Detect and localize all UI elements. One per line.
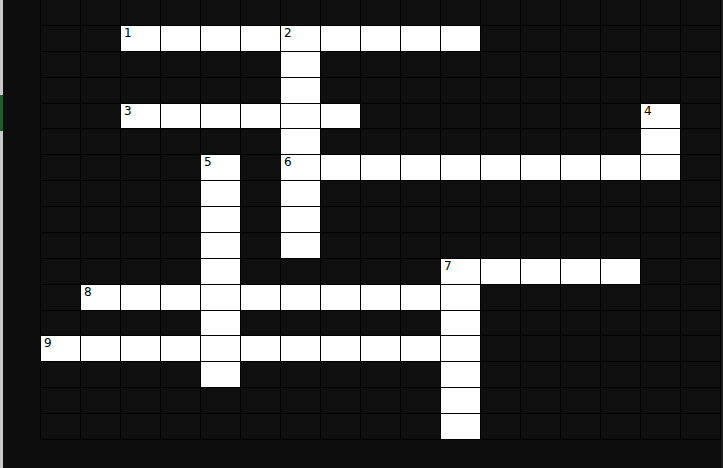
grid-cell[interactable] [321, 155, 360, 180]
black-cell [401, 259, 440, 284]
black-cell [161, 207, 200, 232]
black-cell [121, 155, 160, 180]
grid-cell[interactable] [281, 207, 320, 232]
black-cell [161, 311, 200, 336]
black-cell [121, 52, 160, 77]
grid-cell[interactable] [241, 285, 280, 310]
black-cell [281, 0, 320, 25]
black-cell [361, 52, 400, 77]
black-cell [81, 311, 120, 336]
grid-cell[interactable] [401, 155, 440, 180]
grid-cell[interactable]: 1 [121, 26, 160, 51]
black-cell [681, 388, 720, 413]
black-cell [241, 388, 280, 413]
black-cell [521, 52, 560, 77]
black-cell [441, 207, 480, 232]
grid-cell[interactable] [201, 207, 240, 232]
black-cell [601, 388, 640, 413]
grid-cell[interactable] [441, 362, 480, 387]
black-cell [441, 0, 480, 25]
grid-cell[interactable] [161, 104, 200, 129]
grid-cell[interactable] [401, 336, 440, 361]
black-cell [481, 52, 520, 77]
grid-cell[interactable]: 4 [641, 104, 680, 129]
black-cell [641, 233, 680, 258]
black-cell [521, 26, 560, 51]
black-cell [121, 414, 160, 439]
black-cell [121, 259, 160, 284]
black-cell [201, 0, 240, 25]
grid-cell[interactable]: 2 [281, 26, 320, 51]
grid-cell[interactable] [481, 259, 520, 284]
black-cell [601, 52, 640, 77]
black-cell [241, 0, 280, 25]
black-cell [161, 52, 200, 77]
black-cell [681, 336, 720, 361]
black-cell [641, 78, 680, 103]
grid-cell[interactable] [201, 285, 240, 310]
black-cell [161, 414, 200, 439]
black-cell [41, 285, 80, 310]
clue-number: 6 [284, 155, 292, 170]
black-cell [601, 129, 640, 154]
grid-cell[interactable] [161, 336, 200, 361]
black-cell [201, 78, 240, 103]
black-cell [681, 311, 720, 336]
black-cell [681, 259, 720, 284]
black-cell [361, 233, 400, 258]
black-cell [361, 78, 400, 103]
black-cell [521, 104, 560, 129]
black-cell [41, 362, 80, 387]
black-cell [521, 362, 560, 387]
black-cell [241, 414, 280, 439]
black-cell [361, 0, 400, 25]
black-cell [121, 362, 160, 387]
grid-cell[interactable] [281, 233, 320, 258]
black-cell [321, 181, 360, 206]
black-cell [601, 311, 640, 336]
black-cell [561, 233, 600, 258]
grid-cell[interactable] [441, 336, 480, 361]
black-cell [601, 181, 640, 206]
black-cell [81, 207, 120, 232]
grid-cell[interactable] [201, 362, 240, 387]
grid-cell[interactable]: 5 [201, 155, 240, 180]
grid-cell[interactable]: 7 [441, 259, 480, 284]
clue-number: 2 [284, 26, 292, 41]
black-cell [361, 104, 400, 129]
black-cell [241, 207, 280, 232]
black-cell [361, 129, 400, 154]
black-cell [601, 78, 640, 103]
black-cell [41, 78, 80, 103]
black-cell [161, 388, 200, 413]
black-cell [481, 285, 520, 310]
black-cell [481, 414, 520, 439]
black-cell [161, 0, 200, 25]
black-cell [321, 0, 360, 25]
black-cell [441, 181, 480, 206]
black-cell [681, 155, 720, 180]
black-cell [681, 285, 720, 310]
black-cell [601, 336, 640, 361]
black-cell [161, 155, 200, 180]
black-cell [401, 78, 440, 103]
black-cell [361, 362, 400, 387]
black-cell [41, 414, 80, 439]
black-cell [681, 207, 720, 232]
black-cell [241, 78, 280, 103]
grid-cell[interactable] [281, 129, 320, 154]
black-cell [401, 362, 440, 387]
black-cell [441, 52, 480, 77]
black-cell [681, 129, 720, 154]
black-cell [41, 26, 80, 51]
black-cell [401, 104, 440, 129]
black-cell [81, 388, 120, 413]
black-cell [521, 311, 560, 336]
black-cell [321, 362, 360, 387]
black-cell [481, 311, 520, 336]
black-cell [41, 52, 80, 77]
black-cell [641, 285, 680, 310]
black-cell [481, 388, 520, 413]
black-cell [601, 104, 640, 129]
black-cell [121, 207, 160, 232]
black-cell [681, 52, 720, 77]
black-cell [201, 129, 240, 154]
black-cell [121, 129, 160, 154]
black-cell [521, 129, 560, 154]
grid-cell[interactable] [521, 259, 560, 284]
grid-cell[interactable] [201, 26, 240, 51]
black-cell [81, 259, 120, 284]
black-cell [561, 104, 600, 129]
black-cell [441, 129, 480, 154]
black-cell [81, 78, 120, 103]
black-cell [401, 311, 440, 336]
black-cell [361, 207, 400, 232]
black-cell [641, 311, 680, 336]
black-cell [681, 104, 720, 129]
grid-cell[interactable] [281, 104, 320, 129]
black-cell [81, 414, 120, 439]
grid-cell[interactable] [281, 52, 320, 77]
black-cell [241, 52, 280, 77]
black-cell [161, 259, 200, 284]
black-cell [81, 181, 120, 206]
black-cell [561, 0, 600, 25]
grid-cell[interactable] [121, 336, 160, 361]
black-cell [521, 0, 560, 25]
black-cell [441, 104, 480, 129]
grid-cell[interactable] [201, 336, 240, 361]
black-cell [121, 78, 160, 103]
left-scrollbar[interactable] [0, 0, 3, 468]
black-cell [401, 181, 440, 206]
black-cell [121, 233, 160, 258]
black-cell [641, 388, 680, 413]
grid-cell[interactable] [241, 336, 280, 361]
black-cell [161, 181, 200, 206]
black-cell [321, 311, 360, 336]
grid-cell[interactable] [81, 336, 120, 361]
black-cell [41, 129, 80, 154]
black-cell [561, 414, 600, 439]
black-cell [521, 388, 560, 413]
black-cell [601, 362, 640, 387]
black-cell [321, 52, 360, 77]
black-cell [401, 414, 440, 439]
grid-cell[interactable] [361, 285, 400, 310]
grid-cell[interactable]: 8 [81, 285, 120, 310]
black-cell [481, 362, 520, 387]
grid-cell[interactable] [361, 336, 400, 361]
black-cell [561, 207, 600, 232]
black-cell [81, 233, 120, 258]
black-cell [201, 388, 240, 413]
black-cell [361, 259, 400, 284]
grid-cell[interactable] [281, 336, 320, 361]
black-cell [161, 78, 200, 103]
grid-cell[interactable] [281, 181, 320, 206]
grid-cell[interactable] [601, 155, 640, 180]
black-cell [361, 414, 400, 439]
black-cell [681, 181, 720, 206]
grid-cell[interactable] [441, 155, 480, 180]
black-cell [561, 311, 600, 336]
black-cell [681, 0, 720, 25]
clue-number: 5 [204, 155, 212, 170]
grid-cell[interactable] [361, 155, 400, 180]
grid-cell[interactable] [521, 155, 560, 180]
black-cell [321, 414, 360, 439]
black-cell [241, 362, 280, 387]
black-cell [241, 181, 280, 206]
grid-cell[interactable]: 3 [121, 104, 160, 129]
black-cell [201, 414, 240, 439]
grid-cell[interactable] [401, 285, 440, 310]
black-cell [81, 0, 120, 25]
clue-number: 1 [124, 26, 132, 41]
black-cell [481, 336, 520, 361]
grid-cell[interactable] [321, 104, 360, 129]
black-cell [321, 78, 360, 103]
clue-number: 8 [84, 285, 92, 300]
grid-cell[interactable] [201, 311, 240, 336]
black-cell [121, 311, 160, 336]
black-cell [481, 0, 520, 25]
black-cell [641, 362, 680, 387]
clue-number: 3 [124, 104, 132, 119]
black-cell [321, 207, 360, 232]
black-cell [561, 181, 600, 206]
black-cell [681, 78, 720, 103]
black-cell [41, 311, 80, 336]
black-cell [641, 181, 680, 206]
black-cell [481, 207, 520, 232]
black-cell [601, 233, 640, 258]
grid-cell[interactable] [201, 233, 240, 258]
black-cell [81, 155, 120, 180]
grid-cell[interactable] [441, 414, 480, 439]
grid-cell[interactable] [561, 155, 600, 180]
grid-cell[interactable] [281, 78, 320, 103]
black-cell [401, 52, 440, 77]
black-cell [241, 155, 280, 180]
black-cell [241, 129, 280, 154]
scrollbar-green-marker[interactable] [0, 95, 3, 131]
clue-number: 7 [444, 259, 452, 274]
black-cell [321, 388, 360, 413]
black-cell [481, 26, 520, 51]
black-cell [81, 26, 120, 51]
black-cell [641, 0, 680, 25]
black-cell [121, 181, 160, 206]
black-cell [81, 52, 120, 77]
grid-cell[interactable] [201, 259, 240, 284]
black-cell [121, 0, 160, 25]
black-cell [281, 259, 320, 284]
black-cell [41, 388, 80, 413]
grid-cell[interactable] [641, 155, 680, 180]
black-cell [401, 0, 440, 25]
grid-cell[interactable] [161, 26, 200, 51]
black-cell [681, 26, 720, 51]
black-cell [521, 233, 560, 258]
grid-cell[interactable] [401, 26, 440, 51]
black-cell [601, 414, 640, 439]
black-cell [41, 259, 80, 284]
grid-cell[interactable] [321, 336, 360, 361]
grid-cell[interactable] [441, 285, 480, 310]
black-cell [161, 129, 200, 154]
black-cell [561, 336, 600, 361]
black-cell [281, 388, 320, 413]
black-cell [161, 362, 200, 387]
black-cell [481, 181, 520, 206]
grid-cell[interactable] [481, 155, 520, 180]
black-cell [521, 78, 560, 103]
black-cell [521, 207, 560, 232]
clue-number: 4 [644, 104, 652, 119]
grid-cell[interactable]: 6 [281, 155, 320, 180]
black-cell [241, 259, 280, 284]
grid-cell[interactable] [561, 259, 600, 284]
black-cell [641, 259, 680, 284]
black-cell [641, 52, 680, 77]
black-cell [681, 233, 720, 258]
black-cell [601, 285, 640, 310]
black-cell [561, 52, 600, 77]
black-cell [241, 233, 280, 258]
black-cell [481, 104, 520, 129]
black-cell [681, 362, 720, 387]
grid-cell[interactable] [201, 104, 240, 129]
grid-cell[interactable] [201, 181, 240, 206]
grid-cell[interactable] [441, 388, 480, 413]
grid-cell[interactable]: 9 [41, 336, 80, 361]
black-cell [321, 129, 360, 154]
black-cell [521, 336, 560, 361]
black-cell [161, 233, 200, 258]
black-cell [81, 129, 120, 154]
black-cell [561, 78, 600, 103]
black-cell [81, 362, 120, 387]
grid-cell[interactable] [121, 285, 160, 310]
black-cell [41, 155, 80, 180]
grid-cell[interactable] [601, 259, 640, 284]
black-cell [521, 285, 560, 310]
black-cell [41, 104, 80, 129]
black-cell [281, 414, 320, 439]
black-cell [401, 129, 440, 154]
black-cell [601, 207, 640, 232]
black-cell [321, 233, 360, 258]
grid-cell[interactable] [441, 26, 480, 51]
black-cell [561, 388, 600, 413]
grid-cell[interactable] [241, 104, 280, 129]
black-cell [441, 233, 480, 258]
black-cell [521, 181, 560, 206]
grid-cell[interactable] [321, 285, 360, 310]
black-cell [321, 259, 360, 284]
grid-cell[interactable] [281, 285, 320, 310]
grid-cell[interactable] [361, 26, 400, 51]
black-cell [521, 414, 560, 439]
clue-number: 9 [44, 336, 52, 351]
grid-cell[interactable] [321, 26, 360, 51]
black-cell [41, 0, 80, 25]
black-cell [401, 207, 440, 232]
black-cell [561, 362, 600, 387]
grid-cell[interactable] [441, 311, 480, 336]
black-cell [81, 104, 120, 129]
black-cell [641, 336, 680, 361]
black-cell [281, 311, 320, 336]
black-cell [681, 414, 720, 439]
black-cell [561, 26, 600, 51]
black-cell [641, 207, 680, 232]
black-cell [601, 26, 640, 51]
black-cell [361, 181, 400, 206]
black-cell [241, 311, 280, 336]
black-cell [401, 388, 440, 413]
crossword-grid: 123456789 [40, 0, 721, 440]
black-cell [641, 414, 680, 439]
black-cell [561, 129, 600, 154]
grid-cell[interactable] [241, 26, 280, 51]
black-cell [641, 26, 680, 51]
black-cell [361, 311, 400, 336]
black-cell [601, 0, 640, 25]
black-cell [121, 388, 160, 413]
black-cell [401, 233, 440, 258]
black-cell [481, 129, 520, 154]
black-cell [41, 207, 80, 232]
black-cell [561, 285, 600, 310]
black-cell [41, 233, 80, 258]
black-cell [361, 388, 400, 413]
black-cell [441, 78, 480, 103]
black-cell [201, 52, 240, 77]
black-cell [481, 78, 520, 103]
black-cell [481, 233, 520, 258]
black-cell [281, 362, 320, 387]
grid-cell[interactable] [161, 285, 200, 310]
grid-cell[interactable] [641, 129, 680, 154]
